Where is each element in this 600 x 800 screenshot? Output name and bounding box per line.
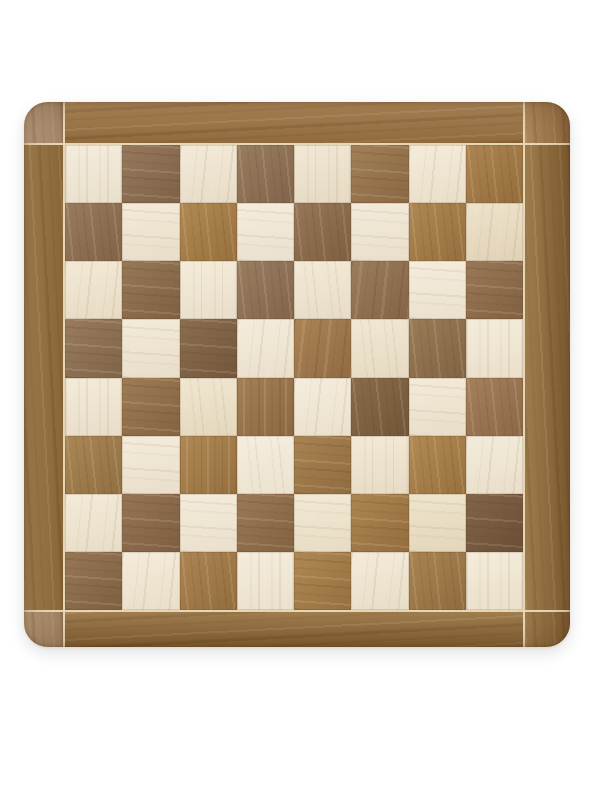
square-b4 bbox=[122, 378, 179, 436]
square-d7 bbox=[237, 203, 294, 261]
square-a1 bbox=[65, 552, 122, 610]
square-e1 bbox=[294, 552, 351, 610]
square-b7 bbox=[122, 203, 179, 261]
square-f6 bbox=[351, 261, 408, 319]
square-e3 bbox=[294, 436, 351, 494]
board-frame-bottom bbox=[65, 612, 523, 647]
board-frame-corner-bottom-right bbox=[525, 612, 570, 647]
square-b6 bbox=[122, 261, 179, 319]
square-f4 bbox=[351, 378, 408, 436]
square-h8 bbox=[466, 145, 523, 203]
board-playing-field bbox=[65, 145, 523, 610]
square-a8 bbox=[65, 145, 122, 203]
square-d2 bbox=[237, 494, 294, 552]
square-g1 bbox=[409, 552, 466, 610]
square-h3 bbox=[466, 436, 523, 494]
square-e6 bbox=[294, 261, 351, 319]
square-e7 bbox=[294, 203, 351, 261]
square-a2 bbox=[65, 494, 122, 552]
photo-background bbox=[0, 0, 600, 800]
board-frame-right bbox=[525, 145, 570, 610]
square-g8 bbox=[409, 145, 466, 203]
square-d6 bbox=[237, 261, 294, 319]
square-g6 bbox=[409, 261, 466, 319]
square-c4 bbox=[180, 378, 237, 436]
square-h5 bbox=[466, 319, 523, 377]
square-c1 bbox=[180, 552, 237, 610]
square-d5 bbox=[237, 319, 294, 377]
square-b8 bbox=[122, 145, 179, 203]
square-d4 bbox=[237, 378, 294, 436]
square-b2 bbox=[122, 494, 179, 552]
square-e5 bbox=[294, 319, 351, 377]
square-b3 bbox=[122, 436, 179, 494]
square-b5 bbox=[122, 319, 179, 377]
square-c5 bbox=[180, 319, 237, 377]
square-c8 bbox=[180, 145, 237, 203]
square-f3 bbox=[351, 436, 408, 494]
square-f8 bbox=[351, 145, 408, 203]
square-h7 bbox=[466, 203, 523, 261]
square-h2 bbox=[466, 494, 523, 552]
board-frame-corner-bottom-left bbox=[24, 612, 63, 647]
square-a5 bbox=[65, 319, 122, 377]
square-h4 bbox=[466, 378, 523, 436]
board-frame-left bbox=[24, 145, 63, 610]
square-c7 bbox=[180, 203, 237, 261]
square-d8 bbox=[237, 145, 294, 203]
square-h6 bbox=[466, 261, 523, 319]
square-f5 bbox=[351, 319, 408, 377]
square-c2 bbox=[180, 494, 237, 552]
square-g5 bbox=[409, 319, 466, 377]
square-c6 bbox=[180, 261, 237, 319]
square-g2 bbox=[409, 494, 466, 552]
square-h1 bbox=[466, 552, 523, 610]
board-frame-corner-top-left bbox=[24, 102, 63, 143]
square-f7 bbox=[351, 203, 408, 261]
square-g7 bbox=[409, 203, 466, 261]
square-c3 bbox=[180, 436, 237, 494]
square-g3 bbox=[409, 436, 466, 494]
square-f2 bbox=[351, 494, 408, 552]
board-frame-top bbox=[65, 102, 523, 143]
square-d1 bbox=[237, 552, 294, 610]
board-frame-corner-top-right bbox=[525, 102, 570, 143]
square-g4 bbox=[409, 378, 466, 436]
square-e4 bbox=[294, 378, 351, 436]
square-a3 bbox=[65, 436, 122, 494]
square-d3 bbox=[237, 436, 294, 494]
square-e8 bbox=[294, 145, 351, 203]
square-e2 bbox=[294, 494, 351, 552]
square-a7 bbox=[65, 203, 122, 261]
chess-board bbox=[24, 102, 570, 647]
square-a4 bbox=[65, 378, 122, 436]
square-b1 bbox=[122, 552, 179, 610]
square-a6 bbox=[65, 261, 122, 319]
square-f1 bbox=[351, 552, 408, 610]
